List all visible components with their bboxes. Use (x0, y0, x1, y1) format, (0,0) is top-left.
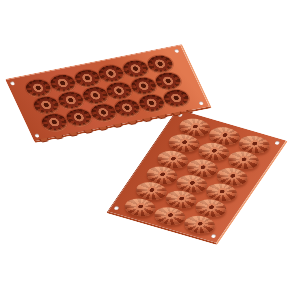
mold-front-underside-view (106, 109, 288, 245)
mold-cavity (144, 53, 175, 74)
mold-cavity (160, 88, 191, 109)
mold-cavity (120, 58, 151, 79)
bump-grid (108, 109, 286, 242)
mold-cavity (47, 73, 78, 94)
product-photo-canvas (0, 0, 300, 300)
mold-cavity (152, 71, 183, 92)
